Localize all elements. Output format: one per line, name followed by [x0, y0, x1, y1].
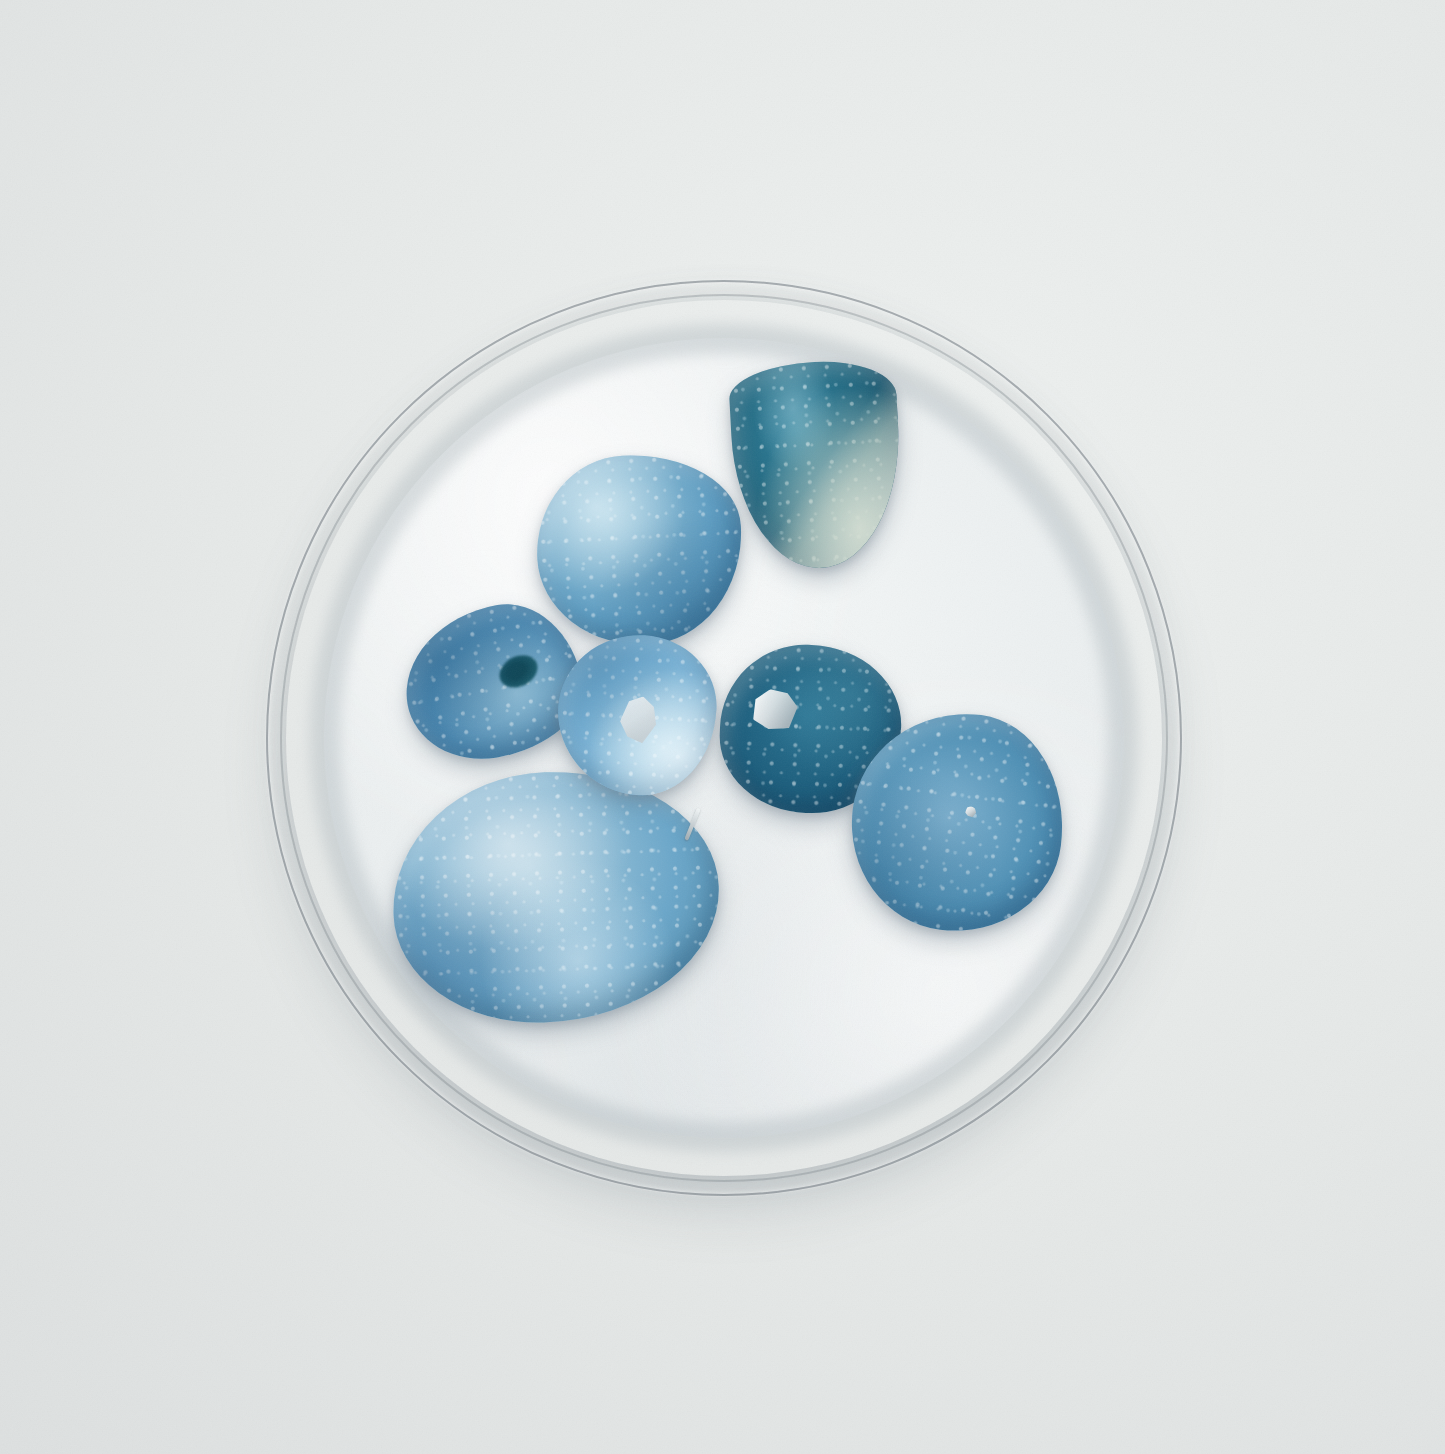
- photo-scene: [0, 0, 1445, 1454]
- silver-foil-fleck: [748, 685, 802, 736]
- dark-teal-pit: [494, 649, 543, 694]
- silver-speck: [965, 805, 977, 817]
- silver-foil-fleck: [617, 693, 661, 745]
